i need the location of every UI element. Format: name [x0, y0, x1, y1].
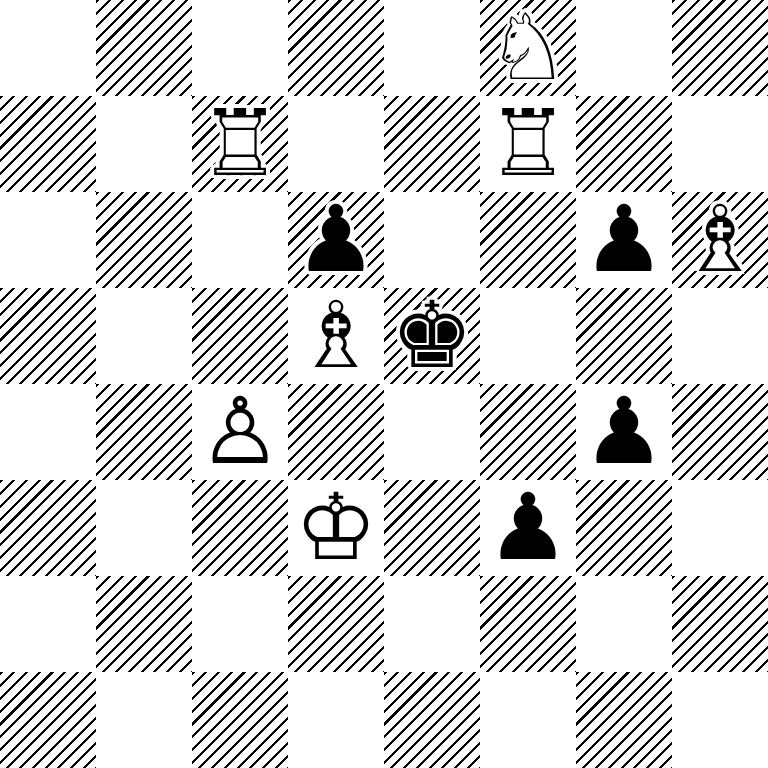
- square-g2[interactable]: [576, 576, 672, 672]
- square-e5[interactable]: ♚♚: [384, 288, 480, 384]
- square-f8[interactable]: ♞♘: [480, 0, 576, 96]
- white-rook-glyph: ♖: [480, 96, 576, 192]
- square-d8[interactable]: [288, 0, 384, 96]
- square-d4[interactable]: [288, 384, 384, 480]
- square-h7[interactable]: [672, 96, 768, 192]
- square-f1[interactable]: [480, 672, 576, 768]
- square-h2[interactable]: [672, 576, 768, 672]
- black-pawn-glyph: ♟: [288, 192, 384, 288]
- piece-white-knight[interactable]: ♞♘: [480, 0, 576, 96]
- square-f7[interactable]: ♜♖: [480, 96, 576, 192]
- square-a2[interactable]: [0, 576, 96, 672]
- piece-white-pawn[interactable]: ♟♙: [192, 384, 288, 480]
- piece-white-bishop[interactable]: ♝♗: [288, 288, 384, 384]
- square-d6[interactable]: ♟♟: [288, 192, 384, 288]
- square-h3[interactable]: [672, 480, 768, 576]
- white-pawn-glyph: ♙: [192, 384, 288, 480]
- square-g7[interactable]: [576, 96, 672, 192]
- square-f2[interactable]: [480, 576, 576, 672]
- square-e2[interactable]: [384, 576, 480, 672]
- chess-board: ♞♘♜♖♜♖♟♟♟♟♝♗♝♗♚♚♟♙♟♟♚♔♟♟: [0, 0, 768, 768]
- square-c6[interactable]: [192, 192, 288, 288]
- square-c1[interactable]: [192, 672, 288, 768]
- square-e7[interactable]: [384, 96, 480, 192]
- piece-black-pawn[interactable]: ♟♟: [576, 192, 672, 288]
- square-b3[interactable]: [96, 480, 192, 576]
- piece-black-pawn[interactable]: ♟♟: [480, 480, 576, 576]
- square-h6[interactable]: ♝♗: [672, 192, 768, 288]
- square-c2[interactable]: [192, 576, 288, 672]
- square-c8[interactable]: [192, 0, 288, 96]
- square-c5[interactable]: [192, 288, 288, 384]
- square-c4[interactable]: ♟♙: [192, 384, 288, 480]
- black-king-glyph: ♚: [384, 288, 480, 384]
- white-knight-glyph: ♘: [480, 0, 576, 96]
- square-b5[interactable]: [96, 288, 192, 384]
- square-d5[interactable]: ♝♗: [288, 288, 384, 384]
- black-pawn-glyph: ♟: [576, 192, 672, 288]
- square-b2[interactable]: [96, 576, 192, 672]
- square-b7[interactable]: [96, 96, 192, 192]
- square-h8[interactable]: [672, 0, 768, 96]
- square-e8[interactable]: [384, 0, 480, 96]
- square-g6[interactable]: ♟♟: [576, 192, 672, 288]
- square-b6[interactable]: [96, 192, 192, 288]
- square-f4[interactable]: [480, 384, 576, 480]
- square-h1[interactable]: [672, 672, 768, 768]
- square-g4[interactable]: ♟♟: [576, 384, 672, 480]
- square-c7[interactable]: ♜♖: [192, 96, 288, 192]
- piece-black-pawn[interactable]: ♟♟: [288, 192, 384, 288]
- black-pawn-glyph: ♟: [576, 384, 672, 480]
- square-d1[interactable]: [288, 672, 384, 768]
- square-h5[interactable]: [672, 288, 768, 384]
- piece-white-king[interactable]: ♚♔: [288, 480, 384, 576]
- square-a8[interactable]: [0, 0, 96, 96]
- square-f5[interactable]: [480, 288, 576, 384]
- piece-white-rook[interactable]: ♜♖: [480, 96, 576, 192]
- piece-white-bishop[interactable]: ♝♗: [672, 192, 768, 288]
- piece-black-pawn[interactable]: ♟♟: [576, 384, 672, 480]
- square-g5[interactable]: [576, 288, 672, 384]
- square-g1[interactable]: [576, 672, 672, 768]
- white-king-glyph: ♔: [288, 480, 384, 576]
- square-a5[interactable]: [0, 288, 96, 384]
- square-a4[interactable]: [0, 384, 96, 480]
- square-b8[interactable]: [96, 0, 192, 96]
- square-g8[interactable]: [576, 0, 672, 96]
- square-e3[interactable]: [384, 480, 480, 576]
- piece-white-rook[interactable]: ♜♖: [192, 96, 288, 192]
- white-bishop-glyph: ♗: [672, 192, 768, 288]
- square-a6[interactable]: [0, 192, 96, 288]
- square-e4[interactable]: [384, 384, 480, 480]
- square-f6[interactable]: [480, 192, 576, 288]
- square-g3[interactable]: [576, 480, 672, 576]
- square-c3[interactable]: [192, 480, 288, 576]
- piece-black-king[interactable]: ♚♚: [384, 288, 480, 384]
- square-h4[interactable]: [672, 384, 768, 480]
- white-rook-glyph: ♖: [192, 96, 288, 192]
- black-pawn-glyph: ♟: [480, 480, 576, 576]
- square-d2[interactable]: [288, 576, 384, 672]
- square-a1[interactable]: [0, 672, 96, 768]
- square-d3[interactable]: ♚♔: [288, 480, 384, 576]
- square-b4[interactable]: [96, 384, 192, 480]
- square-e6[interactable]: [384, 192, 480, 288]
- square-a7[interactable]: [0, 96, 96, 192]
- square-f3[interactable]: ♟♟: [480, 480, 576, 576]
- square-e1[interactable]: [384, 672, 480, 768]
- square-b1[interactable]: [96, 672, 192, 768]
- square-d7[interactable]: [288, 96, 384, 192]
- white-bishop-glyph: ♗: [288, 288, 384, 384]
- square-a3[interactable]: [0, 480, 96, 576]
